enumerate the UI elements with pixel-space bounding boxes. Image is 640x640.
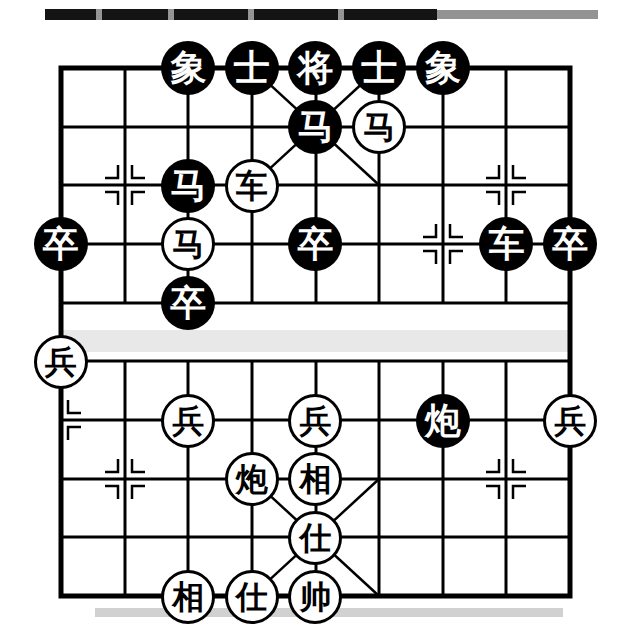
piece-black-将[interactable]: 将: [288, 41, 342, 95]
piece-red-炮[interactable]: 炮: [225, 452, 279, 506]
xiangqi-diagram: 象士将士象马马马车卒马卒车卒卒兵兵兵炮兵炮相仕相仕帅: [0, 0, 640, 640]
piece-black-马[interactable]: 马: [288, 100, 342, 154]
piece-red-马[interactable]: 马: [352, 100, 406, 154]
piece-red-帅[interactable]: 帅: [288, 570, 342, 624]
piece-black-卒[interactable]: 卒: [34, 217, 88, 271]
piece-black-卒[interactable]: 卒: [543, 217, 597, 271]
piece-red-兵[interactable]: 兵: [34, 335, 88, 389]
pieces-grid: 象士将士象马马马车卒马卒车卒卒兵兵兵炮兵炮相仕相仕帅: [29, 39, 602, 626]
piece-red-相[interactable]: 相: [161, 570, 215, 624]
piece-black-士[interactable]: 士: [352, 41, 406, 95]
piece-red-相[interactable]: 相: [288, 452, 342, 506]
piece-black-象[interactable]: 象: [161, 41, 215, 95]
piece-red-马[interactable]: 马: [161, 217, 215, 271]
piece-red-兵[interactable]: 兵: [288, 394, 342, 448]
piece-red-兵[interactable]: 兵: [543, 394, 597, 448]
piece-red-车[interactable]: 车: [225, 159, 279, 213]
piece-red-仕[interactable]: 仕: [288, 511, 342, 565]
piece-black-卒[interactable]: 卒: [288, 217, 342, 271]
piece-red-仕[interactable]: 仕: [225, 570, 279, 624]
piece-black-炮[interactable]: 炮: [416, 394, 470, 448]
piece-black-车[interactable]: 车: [479, 217, 533, 271]
piece-black-马[interactable]: 马: [161, 159, 215, 213]
piece-red-兵[interactable]: 兵: [161, 394, 215, 448]
piece-black-士[interactable]: 士: [225, 41, 279, 95]
piece-black-卒[interactable]: 卒: [161, 276, 215, 330]
piece-black-象[interactable]: 象: [416, 41, 470, 95]
